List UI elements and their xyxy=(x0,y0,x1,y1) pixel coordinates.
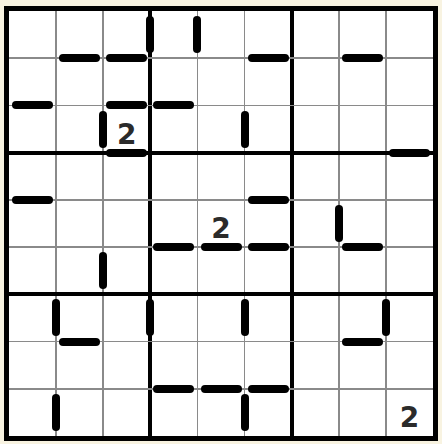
cell-r4c6[interactable] xyxy=(245,153,292,200)
cell-r1c8[interactable] xyxy=(339,11,386,58)
cell-r5c6[interactable] xyxy=(245,200,292,247)
given-digit-r5c5: 2 xyxy=(197,200,244,247)
consecutive-mark-h-r4c1 xyxy=(12,196,53,204)
puzzle-board: 222 xyxy=(4,6,438,441)
cell-r4c2[interactable] xyxy=(56,153,103,200)
cell-r9c7[interactable] xyxy=(292,389,339,436)
cell-r9c6[interactable] xyxy=(245,389,292,436)
consecutive-mark-h-r1c8 xyxy=(342,54,383,62)
board-grid: 222 xyxy=(9,11,433,436)
puzzle-screen: 222 xyxy=(0,0,442,444)
cell-r1c4[interactable] xyxy=(150,11,197,58)
cell-r6c2[interactable] xyxy=(56,247,103,294)
cell-r5c7[interactable] xyxy=(292,200,339,247)
cell-r1c6[interactable] xyxy=(245,11,292,58)
cell-r8c7[interactable] xyxy=(292,342,339,389)
cell-r2c1[interactable] xyxy=(9,58,56,105)
cell-r1c3[interactable] xyxy=(103,11,150,58)
cell-r8c3[interactable] xyxy=(103,342,150,389)
cell-r2c8[interactable] xyxy=(339,58,386,105)
cell-r9c2[interactable] xyxy=(56,389,103,436)
given-digit-r3c3: 2 xyxy=(103,105,150,152)
given-digit-r9c9: 2 xyxy=(386,389,433,436)
cell-r1c7[interactable] xyxy=(292,11,339,58)
consecutive-mark-v-r6c2 xyxy=(99,252,107,289)
cell-r3c7[interactable] xyxy=(292,105,339,152)
consecutive-mark-h-r3c9 xyxy=(389,149,430,157)
cell-r8c5[interactable] xyxy=(197,342,244,389)
cell-r2c2[interactable] xyxy=(56,58,103,105)
cell-r5c3[interactable] xyxy=(103,200,150,247)
cell-r8c8[interactable] xyxy=(339,342,386,389)
cell-r1c2[interactable] xyxy=(56,11,103,58)
cell-r7c9[interactable] xyxy=(386,294,433,341)
consecutive-mark-v-r7c8 xyxy=(382,299,390,336)
cell-r8c9[interactable] xyxy=(386,342,433,389)
cell-r6c3[interactable] xyxy=(103,247,150,294)
cell-r7c2[interactable] xyxy=(56,294,103,341)
consecutive-mark-v-r7c1 xyxy=(52,299,60,336)
consecutive-mark-h-r8c5 xyxy=(201,385,242,393)
consecutive-mark-h-r8c4 xyxy=(153,385,194,393)
cell-r9c3[interactable] xyxy=(103,389,150,436)
cell-r9c4[interactable] xyxy=(150,389,197,436)
cell-r3c8[interactable] xyxy=(339,105,386,152)
cell-r6c7[interactable] xyxy=(292,247,339,294)
cell-r6c5[interactable] xyxy=(197,247,244,294)
cell-r7c5[interactable] xyxy=(197,294,244,341)
cell-r9c8[interactable] xyxy=(339,389,386,436)
cell-r7c3[interactable] xyxy=(103,294,150,341)
cell-r2c3[interactable] xyxy=(103,58,150,105)
cell-r5c9[interactable] xyxy=(386,200,433,247)
consecutive-mark-v-r1c4 xyxy=(193,16,201,53)
consecutive-mark-h-r2c4 xyxy=(153,101,194,109)
cell-r1c9[interactable] xyxy=(386,11,433,58)
consecutive-mark-v-r1c3 xyxy=(146,16,154,53)
cell-r3c2[interactable] xyxy=(56,105,103,152)
consecutive-mark-h-r7c8 xyxy=(342,338,383,346)
cell-r5c4[interactable] xyxy=(150,200,197,247)
consecutive-mark-h-r5c6 xyxy=(248,243,289,251)
cell-r9c5[interactable] xyxy=(197,389,244,436)
cell-r8c1[interactable] xyxy=(9,342,56,389)
consecutive-mark-h-r8c6 xyxy=(248,385,289,393)
consecutive-mark-h-r2c1 xyxy=(12,101,53,109)
cell-r7c8[interactable] xyxy=(339,294,386,341)
cell-r2c5[interactable] xyxy=(197,58,244,105)
cell-r4c5[interactable] xyxy=(197,153,244,200)
cell-r8c6[interactable] xyxy=(245,342,292,389)
cell-r9c1[interactable] xyxy=(9,389,56,436)
consecutive-mark-v-r5c7 xyxy=(335,205,343,242)
cell-r7c7[interactable] xyxy=(292,294,339,341)
cell-r4c7[interactable] xyxy=(292,153,339,200)
cell-r2c6[interactable] xyxy=(245,58,292,105)
cell-r2c4[interactable] xyxy=(150,58,197,105)
cell-r3c1[interactable] xyxy=(9,105,56,152)
cell-r1c5[interactable] xyxy=(197,11,244,58)
cell-r8c4[interactable] xyxy=(150,342,197,389)
consecutive-mark-v-r7c3 xyxy=(146,299,154,336)
cell-r4c1[interactable] xyxy=(9,153,56,200)
consecutive-mark-h-r1c2 xyxy=(59,54,100,62)
consecutive-mark-h-r5c4 xyxy=(153,243,194,251)
cell-r7c4[interactable] xyxy=(150,294,197,341)
cell-r4c8[interactable] xyxy=(339,153,386,200)
cell-r3c6[interactable] xyxy=(245,105,292,152)
cell-r3c5[interactable] xyxy=(197,105,244,152)
cell-r5c2[interactable] xyxy=(56,200,103,247)
consecutive-mark-h-r4c6 xyxy=(248,196,289,204)
cell-r5c1[interactable] xyxy=(9,200,56,247)
cell-r6c1[interactable] xyxy=(9,247,56,294)
cell-r3c4[interactable] xyxy=(150,105,197,152)
consecutive-mark-v-r3c5 xyxy=(241,111,249,148)
cell-r6c9[interactable] xyxy=(386,247,433,294)
cell-r3c9[interactable] xyxy=(386,105,433,152)
cell-r8c2[interactable] xyxy=(56,342,103,389)
cell-r5c8[interactable] xyxy=(339,200,386,247)
consecutive-mark-h-r1c3 xyxy=(106,54,147,62)
cell-r4c9[interactable] xyxy=(386,153,433,200)
cell-r7c1[interactable] xyxy=(9,294,56,341)
cell-r2c7[interactable] xyxy=(292,58,339,105)
consecutive-mark-v-r7c5 xyxy=(241,299,249,336)
cell-r4c3[interactable] xyxy=(103,153,150,200)
consecutive-mark-h-r5c8 xyxy=(342,243,383,251)
cell-r7c6[interactable] xyxy=(245,294,292,341)
cell-r2c9[interactable] xyxy=(386,58,433,105)
consecutive-mark-h-r7c2 xyxy=(59,338,100,346)
cell-r1c1[interactable] xyxy=(9,11,56,58)
consecutive-mark-v-r9c5 xyxy=(241,394,249,431)
cell-r6c8[interactable] xyxy=(339,247,386,294)
consecutive-mark-h-r1c6 xyxy=(248,54,289,62)
cell-r4c4[interactable] xyxy=(150,153,197,200)
consecutive-mark-v-r9c1 xyxy=(52,394,60,431)
cell-r6c4[interactable] xyxy=(150,247,197,294)
cell-r6c6[interactable] xyxy=(245,247,292,294)
